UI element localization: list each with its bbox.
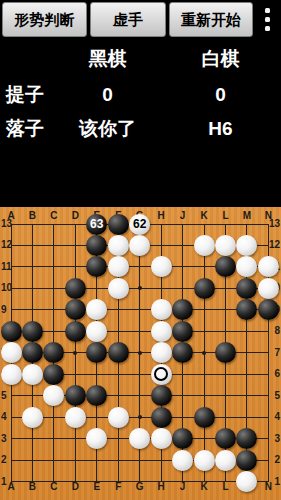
black-stone (215, 256, 236, 277)
black-stone (172, 428, 193, 449)
white-stone (108, 407, 129, 428)
white-stone (151, 299, 172, 320)
black-stone (65, 299, 86, 320)
black-stone (194, 278, 215, 299)
row-label-left: 3 (0, 433, 17, 445)
column-label-top: L (218, 210, 234, 222)
white-last-move-value: H6 (160, 118, 281, 140)
row-label-left: 2 (0, 454, 17, 466)
white-stone (129, 235, 150, 256)
white-stone (151, 364, 172, 385)
column-label-bottom: B (24, 481, 40, 493)
go-board[interactable]: AA1313BB1212CC1111DD1010EE99FF88GG77HH66… (0, 207, 281, 500)
column-label-top: C (46, 210, 62, 222)
toolbar: 形势判断 虚手 重新开始 (0, 0, 281, 40)
column-label-top: J (175, 210, 191, 222)
white-stone (86, 428, 107, 449)
black-stone (86, 342, 107, 363)
black-stone (65, 385, 86, 406)
black-stone (43, 364, 64, 385)
column-label-bottom: E (89, 481, 105, 493)
column-label-top: M (239, 210, 255, 222)
black-stone (236, 428, 257, 449)
white-stone (236, 235, 257, 256)
black-stone (236, 278, 257, 299)
column-label-bottom: F (110, 481, 126, 493)
captures-row-label: 提子 (0, 82, 55, 108)
column-label-bottom: G (132, 481, 148, 493)
white-stone (108, 278, 129, 299)
white-stone (108, 235, 129, 256)
column-label-top: K (196, 210, 212, 222)
column-label-bottom: C (46, 481, 62, 493)
row-label-left: 9 (0, 304, 17, 316)
black-stone (1, 321, 22, 342)
row-label-left: 5 (0, 390, 17, 402)
white-stone (194, 235, 215, 256)
move-row-label: 落子 (0, 116, 55, 142)
black-stone (43, 342, 64, 363)
row-label-right: 2 (264, 454, 280, 466)
white-captures-value: 0 (160, 84, 281, 106)
row-label-left: 4 (0, 411, 17, 423)
black-stone (236, 299, 257, 320)
white-stone (236, 256, 257, 277)
black-stone (22, 321, 43, 342)
white-stone (194, 450, 215, 471)
black-stone (65, 278, 86, 299)
black-stone: 63 (86, 214, 107, 235)
move-number-label: 63 (86, 214, 107, 235)
black-stone (151, 385, 172, 406)
black-stone (172, 299, 193, 320)
black-stone (86, 385, 107, 406)
black-stone (65, 321, 86, 342)
white-stone: 62 (129, 214, 150, 235)
game-info-table: 黑棋 白棋 提子 0 0 落子 该你了 H6 (0, 40, 281, 150)
last-move-marker (154, 367, 168, 381)
white-stone (151, 342, 172, 363)
star-point (138, 415, 142, 419)
row-label-right: 6 (264, 368, 280, 380)
row-label-right: 7 (264, 347, 280, 359)
row-label-left: 1 (0, 476, 17, 488)
black-stone (215, 428, 236, 449)
column-label-bottom: H (153, 481, 169, 493)
row-label-right: 3 (264, 433, 280, 445)
white-column-header: 白棋 (160, 46, 281, 72)
row-label-right: 5 (264, 390, 280, 402)
overflow-menu-icon[interactable] (265, 8, 271, 32)
column-label-top: B (24, 210, 40, 222)
black-stone (86, 235, 107, 256)
white-stone (151, 321, 172, 342)
white-stone (258, 278, 279, 299)
row-label-right: 4 (264, 411, 280, 423)
white-stone (86, 321, 107, 342)
row-label-right: 8 (264, 325, 280, 337)
black-stone (108, 214, 129, 235)
row-label-left: 13 (0, 218, 17, 230)
black-stone (172, 321, 193, 342)
black-stone (22, 342, 43, 363)
white-stone (1, 342, 22, 363)
black-stone (236, 450, 257, 471)
white-stone (65, 407, 86, 428)
black-stone (86, 256, 107, 277)
black-stone (151, 407, 172, 428)
white-stone (172, 450, 193, 471)
restart-button[interactable]: 重新开始 (169, 2, 253, 37)
white-stone (22, 364, 43, 385)
white-stone (215, 450, 236, 471)
menu-dot (265, 26, 270, 31)
column-label-bottom: L (218, 481, 234, 493)
black-stone (172, 342, 193, 363)
column-label-bottom: D (67, 481, 83, 493)
star-point (73, 351, 77, 355)
pass-button[interactable]: 虚手 (90, 2, 166, 37)
menu-dot (265, 8, 270, 13)
black-stone (258, 299, 279, 320)
row-label-left: 11 (0, 261, 17, 273)
move-number-label: 62 (129, 214, 150, 235)
row-label-left: 12 (0, 239, 17, 251)
go-app-screen: 形势判断 虚手 重新开始 黑棋 白棋 提子 0 0 落子 该你了 H6 AA13… (0, 0, 281, 500)
star-point (138, 286, 142, 290)
white-stone (86, 299, 107, 320)
judge-position-button[interactable]: 形势判断 (2, 2, 87, 37)
black-stone (108, 342, 129, 363)
black-stone (194, 407, 215, 428)
white-stone (258, 256, 279, 277)
black-captures-value: 0 (55, 84, 160, 106)
column-label-top: N (260, 210, 276, 222)
black-column-header: 黑棋 (55, 46, 160, 72)
white-stone (151, 428, 172, 449)
white-stone (215, 235, 236, 256)
column-label-top: H (153, 210, 169, 222)
white-stone (43, 385, 64, 406)
white-stone (151, 256, 172, 277)
row-label-right: 1 (264, 476, 280, 488)
white-stone (129, 428, 150, 449)
column-label-bottom: J (175, 481, 191, 493)
white-stone (1, 364, 22, 385)
menu-dot (265, 17, 270, 22)
white-stone (108, 256, 129, 277)
row-label-right: 12 (264, 239, 280, 251)
star-point (138, 351, 142, 355)
star-point (202, 351, 206, 355)
column-label-bottom: K (196, 481, 212, 493)
black-move-status: 该你了 (55, 116, 160, 142)
white-stone (22, 407, 43, 428)
row-label-left: 10 (0, 282, 17, 294)
black-stone (215, 342, 236, 363)
column-label-top: D (67, 210, 83, 222)
